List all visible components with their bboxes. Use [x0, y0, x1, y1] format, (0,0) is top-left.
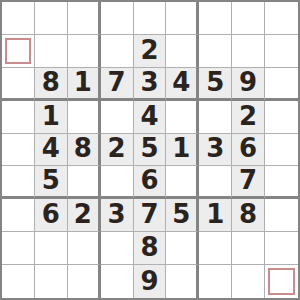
cell-r8c5[interactable]	[166, 265, 199, 298]
cell-r4c4[interactable]: 5	[134, 134, 167, 167]
cell-r0c1[interactable]	[35, 2, 68, 35]
cell-r2c4[interactable]: 3	[134, 68, 167, 101]
given-digit: 5	[172, 201, 190, 227]
cell-r0c3[interactable]	[101, 2, 134, 35]
cell-r0c4[interactable]	[134, 2, 167, 35]
given-digit: 1	[42, 103, 60, 129]
cell-r3c7[interactable]: 2	[232, 101, 265, 134]
cell-r7c3[interactable]	[101, 232, 134, 265]
cell-r8c2[interactable]	[68, 265, 101, 298]
cell-r6c7[interactable]: 8	[232, 199, 265, 232]
given-digit: 2	[140, 37, 158, 63]
cell-r5c0[interactable]	[2, 166, 35, 199]
given-digit: 6	[42, 201, 60, 227]
cell-r0c5[interactable]	[166, 2, 199, 35]
cell-r2c6[interactable]: 5	[199, 68, 232, 101]
cell-r2c7[interactable]: 9	[232, 68, 265, 101]
given-digit: 3	[140, 69, 158, 95]
cell-r6c5[interactable]: 5	[166, 199, 199, 232]
cell-r7c7[interactable]	[232, 232, 265, 265]
cell-r4c0[interactable]	[2, 134, 35, 167]
cell-r4c7[interactable]: 6	[232, 134, 265, 167]
given-digit: 8	[140, 234, 158, 260]
given-digit: 8	[42, 69, 60, 95]
cell-r3c3[interactable]	[101, 101, 134, 134]
cell-r8c7[interactable]	[232, 265, 265, 298]
cell-r7c4[interactable]: 8	[134, 232, 167, 265]
cell-r6c1[interactable]: 6	[35, 199, 68, 232]
cell-r0c8[interactable]	[265, 2, 298, 35]
cell-r1c3[interactable]	[101, 35, 134, 68]
highlight-square	[268, 268, 295, 295]
cell-r3c5[interactable]	[166, 101, 199, 134]
cell-r1c6[interactable]	[199, 35, 232, 68]
given-digit: 1	[206, 201, 224, 227]
cell-r7c5[interactable]	[166, 232, 199, 265]
cell-r5c7[interactable]: 7	[232, 166, 265, 199]
cell-r2c8[interactable]	[265, 68, 298, 101]
cell-r5c4[interactable]: 6	[134, 166, 167, 199]
cell-r2c0[interactable]	[2, 68, 35, 101]
given-digit: 8	[74, 135, 92, 161]
given-digit: 9	[239, 69, 257, 95]
cell-r6c0[interactable]	[2, 199, 35, 232]
cell-r4c6[interactable]: 3	[199, 134, 232, 167]
given-digit: 5	[206, 69, 224, 95]
cell-r5c3[interactable]	[101, 166, 134, 199]
cell-r1c1[interactable]	[35, 35, 68, 68]
cell-r1c5[interactable]	[166, 35, 199, 68]
cell-r7c6[interactable]	[199, 232, 232, 265]
cell-r3c1[interactable]: 1	[35, 101, 68, 134]
given-digit: 6	[140, 167, 158, 193]
cell-r6c3[interactable]: 3	[101, 199, 134, 232]
cell-r5c1[interactable]: 5	[35, 166, 68, 199]
cell-r8c6[interactable]	[199, 265, 232, 298]
cell-r3c2[interactable]	[68, 101, 101, 134]
cell-r4c3[interactable]: 2	[101, 134, 134, 167]
cell-r3c4[interactable]: 4	[134, 101, 167, 134]
cell-r8c8[interactable]	[265, 265, 298, 298]
cell-r0c0[interactable]	[2, 2, 35, 35]
highlight-square	[5, 38, 31, 64]
cell-r2c1[interactable]: 8	[35, 68, 68, 101]
given-digit: 5	[140, 135, 158, 161]
given-digit: 1	[172, 135, 190, 161]
cell-r6c4[interactable]: 7	[134, 199, 167, 232]
given-digit: 1	[74, 69, 92, 95]
given-digit: 9	[140, 268, 158, 294]
given-digit: 4	[42, 135, 60, 161]
cell-r7c0[interactable]	[2, 232, 35, 265]
cell-r1c8[interactable]	[265, 35, 298, 68]
given-digit: 3	[108, 201, 126, 227]
given-digit: 4	[140, 103, 158, 129]
cell-r6c2[interactable]: 2	[68, 199, 101, 232]
cell-r5c8[interactable]	[265, 166, 298, 199]
given-digit: 7	[140, 201, 158, 227]
cell-r8c4[interactable]: 9	[134, 265, 167, 298]
cell-r4c5[interactable]: 1	[166, 134, 199, 167]
given-digit: 2	[74, 201, 92, 227]
sudoku-board: 281734591424825136567623751889	[0, 0, 300, 300]
given-digit: 6	[239, 135, 257, 161]
cell-r3c8[interactable]	[265, 101, 298, 134]
cell-r8c3[interactable]	[101, 265, 134, 298]
given-digit: 7	[108, 69, 126, 95]
cell-r5c6[interactable]	[199, 166, 232, 199]
cell-r8c0[interactable]	[2, 265, 35, 298]
given-digit: 3	[206, 135, 224, 161]
cell-r2c2[interactable]: 1	[68, 68, 101, 101]
cell-r1c7[interactable]	[232, 35, 265, 68]
cell-r2c5[interactable]: 4	[166, 68, 199, 101]
cell-r4c1[interactable]: 4	[35, 134, 68, 167]
given-digit: 2	[108, 135, 126, 161]
given-digit: 4	[172, 69, 190, 95]
given-digit: 2	[239, 103, 257, 129]
cell-r7c1[interactable]	[35, 232, 68, 265]
cell-r7c8[interactable]	[265, 232, 298, 265]
cell-r2c3[interactable]: 7	[101, 68, 134, 101]
cell-r7c2[interactable]	[68, 232, 101, 265]
given-digit: 8	[239, 201, 257, 227]
given-digit: 5	[42, 167, 60, 193]
cell-r0c2[interactable]	[68, 2, 101, 35]
cell-r4c2[interactable]: 8	[68, 134, 101, 167]
cell-r4c8[interactable]	[265, 134, 298, 167]
cell-r5c2[interactable]	[68, 166, 101, 199]
cell-r1c2[interactable]	[68, 35, 101, 68]
cell-r3c0[interactable]	[2, 101, 35, 134]
cell-r6c6[interactable]: 1	[199, 199, 232, 232]
cell-r3c6[interactable]	[199, 101, 232, 134]
cell-r6c8[interactable]	[265, 199, 298, 232]
cell-r0c6[interactable]	[199, 2, 232, 35]
cell-r1c4[interactable]: 2	[134, 35, 167, 68]
cell-r0c7[interactable]	[232, 2, 265, 35]
given-digit: 7	[239, 167, 257, 193]
cell-r1c0[interactable]	[2, 35, 35, 68]
cell-r8c1[interactable]	[35, 265, 68, 298]
cell-r5c5[interactable]	[166, 166, 199, 199]
